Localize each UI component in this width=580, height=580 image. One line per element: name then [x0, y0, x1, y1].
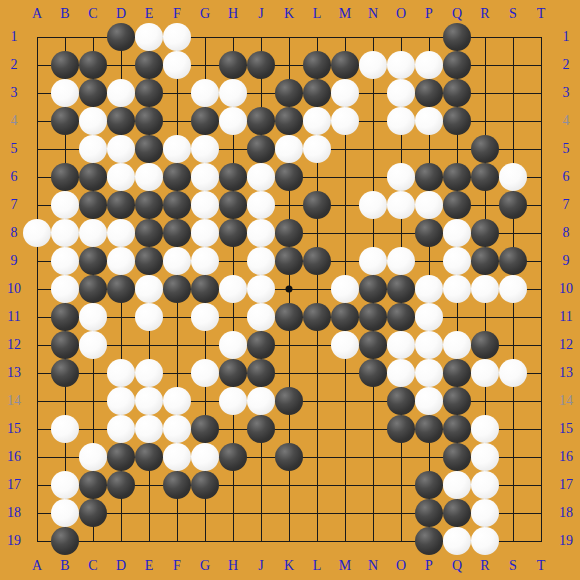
row-label-right: 1 — [563, 30, 570, 44]
black-stone-R12 — [471, 331, 499, 359]
white-stone-N2 — [359, 51, 387, 79]
white-stone-B8 — [51, 219, 79, 247]
white-stone-R18 — [471, 499, 499, 527]
column-label-bottom: L — [313, 559, 322, 573]
row-label-right: 2 — [563, 58, 570, 72]
black-stone-E2 — [135, 51, 163, 79]
black-stone-K6 — [275, 163, 303, 191]
row-label-right: 8 — [563, 226, 570, 240]
white-stone-O4 — [387, 107, 415, 135]
row-label-right: 6 — [563, 170, 570, 184]
black-stone-R6 — [471, 163, 499, 191]
column-label-bottom: D — [116, 559, 126, 573]
white-stone-N7 — [359, 191, 387, 219]
white-stone-S6 — [499, 163, 527, 191]
column-label-bottom: N — [368, 559, 378, 573]
column-label-top: A — [32, 7, 42, 21]
black-stone-J13 — [247, 359, 275, 387]
column-label-bottom: Q — [452, 559, 462, 573]
black-stone-P3 — [415, 79, 443, 107]
black-stone-R9 — [471, 247, 499, 275]
black-stone-J5 — [247, 135, 275, 163]
white-stone-R19 — [471, 527, 499, 555]
black-stone-J4 — [247, 107, 275, 135]
black-stone-H13 — [219, 359, 247, 387]
column-label-top: C — [88, 7, 97, 21]
row-label-right: 12 — [559, 338, 573, 352]
white-stone-D8 — [107, 219, 135, 247]
white-stone-C4 — [79, 107, 107, 135]
black-stone-B2 — [51, 51, 79, 79]
white-stone-H4 — [219, 107, 247, 135]
black-stone-K16 — [275, 443, 303, 471]
white-stone-F2 — [163, 51, 191, 79]
black-stone-F8 — [163, 219, 191, 247]
white-stone-G13 — [191, 359, 219, 387]
black-stone-R8 — [471, 219, 499, 247]
black-stone-E16 — [135, 443, 163, 471]
white-stone-G5 — [191, 135, 219, 163]
black-stone-F6 — [163, 163, 191, 191]
black-stone-Q18 — [443, 499, 471, 527]
white-stone-D14 — [107, 387, 135, 415]
row-label-left: 17 — [7, 478, 21, 492]
white-stone-G8 — [191, 219, 219, 247]
black-stone-P15 — [415, 415, 443, 443]
black-stone-H16 — [219, 443, 247, 471]
black-stone-L3 — [303, 79, 331, 107]
white-stone-P11 — [415, 303, 443, 331]
white-stone-D9 — [107, 247, 135, 275]
column-label-top: G — [200, 7, 210, 21]
black-stone-L7 — [303, 191, 331, 219]
row-label-right: 7 — [563, 198, 570, 212]
black-stone-N13 — [359, 359, 387, 387]
black-stone-H8 — [219, 219, 247, 247]
black-stone-N10 — [359, 275, 387, 303]
white-stone-M12 — [331, 331, 359, 359]
black-stone-C10 — [79, 275, 107, 303]
column-label-top: B — [60, 7, 69, 21]
white-stone-Q19 — [443, 527, 471, 555]
white-stone-R17 — [471, 471, 499, 499]
white-stone-G9 — [191, 247, 219, 275]
row-label-left: 4 — [11, 114, 18, 128]
black-stone-Q3 — [443, 79, 471, 107]
column-label-top: Q — [452, 7, 462, 21]
black-stone-F17 — [163, 471, 191, 499]
white-stone-B18 — [51, 499, 79, 527]
row-label-right: 13 — [559, 366, 573, 380]
black-stone-Q16 — [443, 443, 471, 471]
black-stone-F10 — [163, 275, 191, 303]
black-stone-S9 — [499, 247, 527, 275]
white-stone-P12 — [415, 331, 443, 359]
black-stone-B19 — [51, 527, 79, 555]
row-label-left: 16 — [7, 450, 21, 464]
column-label-bottom: J — [258, 559, 263, 573]
black-stone-D1 — [107, 23, 135, 51]
row-label-right: 19 — [559, 534, 573, 548]
white-stone-F15 — [163, 415, 191, 443]
white-stone-A8 — [23, 219, 51, 247]
white-stone-P10 — [415, 275, 443, 303]
column-label-top: P — [425, 7, 433, 21]
column-label-bottom: O — [396, 559, 406, 573]
black-stone-C18 — [79, 499, 107, 527]
grid-line-vertical — [541, 37, 542, 542]
row-label-left: 6 — [11, 170, 18, 184]
black-stone-R5 — [471, 135, 499, 163]
row-label-left: 13 — [7, 366, 21, 380]
column-label-bottom: C — [88, 559, 97, 573]
black-stone-D10 — [107, 275, 135, 303]
white-stone-H10 — [219, 275, 247, 303]
white-stone-F14 — [163, 387, 191, 415]
column-label-bottom: H — [228, 559, 238, 573]
white-stone-O3 — [387, 79, 415, 107]
white-stone-G11 — [191, 303, 219, 331]
row-label-left: 5 — [11, 142, 18, 156]
column-label-top: H — [228, 7, 238, 21]
white-stone-M4 — [331, 107, 359, 135]
white-stone-B10 — [51, 275, 79, 303]
white-stone-G16 — [191, 443, 219, 471]
white-stone-D3 — [107, 79, 135, 107]
black-stone-N12 — [359, 331, 387, 359]
white-stone-B3 — [51, 79, 79, 107]
black-stone-J2 — [247, 51, 275, 79]
white-stone-H14 — [219, 387, 247, 415]
white-stone-K5 — [275, 135, 303, 163]
white-stone-E14 — [135, 387, 163, 415]
black-stone-K4 — [275, 107, 303, 135]
black-stone-Q1 — [443, 23, 471, 51]
black-stone-C3 — [79, 79, 107, 107]
row-label-right: 9 — [563, 254, 570, 268]
black-stone-G4 — [191, 107, 219, 135]
white-stone-R10 — [471, 275, 499, 303]
row-label-left: 8 — [11, 226, 18, 240]
black-stone-P6 — [415, 163, 443, 191]
white-stone-M3 — [331, 79, 359, 107]
white-stone-P7 — [415, 191, 443, 219]
white-stone-P2 — [415, 51, 443, 79]
black-stone-K3 — [275, 79, 303, 107]
white-stone-O13 — [387, 359, 415, 387]
black-stone-K9 — [275, 247, 303, 275]
black-stone-M2 — [331, 51, 359, 79]
white-stone-N9 — [359, 247, 387, 275]
white-stone-C12 — [79, 331, 107, 359]
white-stone-O2 — [387, 51, 415, 79]
row-label-left: 14 — [7, 394, 21, 408]
black-stone-B11 — [51, 303, 79, 331]
black-stone-H6 — [219, 163, 247, 191]
black-stone-P8 — [415, 219, 443, 247]
black-stone-K11 — [275, 303, 303, 331]
black-stone-B12 — [51, 331, 79, 359]
white-stone-J6 — [247, 163, 275, 191]
white-stone-F1 — [163, 23, 191, 51]
go-board[interactable]: AABBCCDDEEFFGGHHJJKKLLMMNNOOPPQQRRSSTT11… — [0, 0, 580, 580]
white-stone-D5 — [107, 135, 135, 163]
white-stone-J8 — [247, 219, 275, 247]
black-stone-D17 — [107, 471, 135, 499]
black-stone-H7 — [219, 191, 247, 219]
row-label-right: 16 — [559, 450, 573, 464]
white-stone-G6 — [191, 163, 219, 191]
black-stone-E9 — [135, 247, 163, 275]
white-stone-E11 — [135, 303, 163, 331]
white-stone-D15 — [107, 415, 135, 443]
white-stone-B7 — [51, 191, 79, 219]
column-label-bottom: K — [284, 559, 294, 573]
column-label-top: L — [313, 7, 322, 21]
white-stone-Q8 — [443, 219, 471, 247]
white-stone-O12 — [387, 331, 415, 359]
row-label-right: 18 — [559, 506, 573, 520]
black-stone-C17 — [79, 471, 107, 499]
black-stone-K14 — [275, 387, 303, 415]
black-stone-K8 — [275, 219, 303, 247]
black-stone-P18 — [415, 499, 443, 527]
row-label-left: 7 — [11, 198, 18, 212]
white-stone-D6 — [107, 163, 135, 191]
column-label-top: S — [509, 7, 517, 21]
white-stone-R15 — [471, 415, 499, 443]
white-stone-O7 — [387, 191, 415, 219]
black-stone-L11 — [303, 303, 331, 331]
row-label-right: 10 — [559, 282, 573, 296]
black-stone-H2 — [219, 51, 247, 79]
row-label-right: 14 — [559, 394, 573, 408]
column-label-bottom: S — [509, 559, 517, 573]
black-stone-Q7 — [443, 191, 471, 219]
white-stone-P14 — [415, 387, 443, 415]
column-label-bottom: G — [200, 559, 210, 573]
column-label-top: D — [116, 7, 126, 21]
white-stone-R13 — [471, 359, 499, 387]
column-label-top: R — [480, 7, 489, 21]
column-label-bottom: M — [339, 559, 351, 573]
black-stone-B4 — [51, 107, 79, 135]
white-stone-F16 — [163, 443, 191, 471]
white-stone-B17 — [51, 471, 79, 499]
white-stone-P4 — [415, 107, 443, 135]
white-stone-O6 — [387, 163, 415, 191]
black-stone-L2 — [303, 51, 331, 79]
black-stone-E4 — [135, 107, 163, 135]
black-stone-E5 — [135, 135, 163, 163]
black-stone-O10 — [387, 275, 415, 303]
black-stone-O11 — [387, 303, 415, 331]
column-label-top: T — [537, 7, 546, 21]
white-stone-E1 — [135, 23, 163, 51]
white-stone-J7 — [247, 191, 275, 219]
black-stone-C9 — [79, 247, 107, 275]
row-label-left: 19 — [7, 534, 21, 548]
black-stone-B13 — [51, 359, 79, 387]
black-stone-O14 — [387, 387, 415, 415]
black-stone-G10 — [191, 275, 219, 303]
white-stone-Q17 — [443, 471, 471, 499]
black-stone-Q4 — [443, 107, 471, 135]
white-stone-S13 — [499, 359, 527, 387]
row-label-left: 9 — [11, 254, 18, 268]
white-stone-E10 — [135, 275, 163, 303]
black-stone-O15 — [387, 415, 415, 443]
white-stone-H12 — [219, 331, 247, 359]
white-stone-F5 — [163, 135, 191, 163]
white-stone-L4 — [303, 107, 331, 135]
white-stone-Q10 — [443, 275, 471, 303]
white-stone-Q9 — [443, 247, 471, 275]
black-stone-E7 — [135, 191, 163, 219]
white-stone-C8 — [79, 219, 107, 247]
white-stone-F9 — [163, 247, 191, 275]
black-stone-L9 — [303, 247, 331, 275]
row-label-left: 12 — [7, 338, 21, 352]
black-stone-P19 — [415, 527, 443, 555]
column-label-top: F — [173, 7, 181, 21]
column-label-bottom: P — [425, 559, 433, 573]
row-label-right: 3 — [563, 86, 570, 100]
black-stone-Q13 — [443, 359, 471, 387]
column-label-top: E — [145, 7, 154, 21]
column-label-top: N — [368, 7, 378, 21]
black-stone-S7 — [499, 191, 527, 219]
row-label-right: 11 — [559, 310, 572, 324]
row-label-left: 15 — [7, 422, 21, 436]
black-stone-D4 — [107, 107, 135, 135]
black-stone-M11 — [331, 303, 359, 331]
row-label-left: 3 — [11, 86, 18, 100]
column-label-top: K — [284, 7, 294, 21]
column-label-top: O — [396, 7, 406, 21]
black-stone-N11 — [359, 303, 387, 331]
white-stone-J11 — [247, 303, 275, 331]
row-label-right: 5 — [563, 142, 570, 156]
white-stone-H3 — [219, 79, 247, 107]
white-stone-E13 — [135, 359, 163, 387]
column-label-bottom: B — [60, 559, 69, 573]
column-label-bottom: F — [173, 559, 181, 573]
white-stone-J14 — [247, 387, 275, 415]
black-stone-B6 — [51, 163, 79, 191]
row-label-left: 2 — [11, 58, 18, 72]
white-stone-G3 — [191, 79, 219, 107]
white-stone-O9 — [387, 247, 415, 275]
black-stone-C7 — [79, 191, 107, 219]
white-stone-J9 — [247, 247, 275, 275]
black-stone-P17 — [415, 471, 443, 499]
black-stone-J12 — [247, 331, 275, 359]
row-label-left: 10 — [7, 282, 21, 296]
black-stone-Q2 — [443, 51, 471, 79]
column-label-bottom: E — [145, 559, 154, 573]
row-label-left: 18 — [7, 506, 21, 520]
black-stone-Q6 — [443, 163, 471, 191]
black-stone-C2 — [79, 51, 107, 79]
row-label-right: 17 — [559, 478, 573, 492]
row-label-left: 11 — [7, 310, 20, 324]
white-stone-E15 — [135, 415, 163, 443]
white-stone-J10 — [247, 275, 275, 303]
black-stone-D7 — [107, 191, 135, 219]
row-label-left: 1 — [11, 30, 18, 44]
white-stone-R16 — [471, 443, 499, 471]
column-label-top: M — [339, 7, 351, 21]
row-label-right: 15 — [559, 422, 573, 436]
black-stone-C6 — [79, 163, 107, 191]
black-stone-F7 — [163, 191, 191, 219]
column-label-bottom: T — [537, 559, 546, 573]
white-stone-Q12 — [443, 331, 471, 359]
row-label-right: 4 — [563, 114, 570, 128]
white-stone-C16 — [79, 443, 107, 471]
black-stone-J15 — [247, 415, 275, 443]
black-stone-E8 — [135, 219, 163, 247]
white-stone-E6 — [135, 163, 163, 191]
column-label-bottom: R — [480, 559, 489, 573]
white-stone-S10 — [499, 275, 527, 303]
black-stone-E3 — [135, 79, 163, 107]
white-stone-G7 — [191, 191, 219, 219]
black-stone-Q14 — [443, 387, 471, 415]
white-stone-B15 — [51, 415, 79, 443]
star-point-k10 — [286, 286, 293, 293]
white-stone-D13 — [107, 359, 135, 387]
black-stone-G15 — [191, 415, 219, 443]
white-stone-L5 — [303, 135, 331, 163]
black-stone-G17 — [191, 471, 219, 499]
column-label-top: J — [258, 7, 263, 21]
white-stone-M10 — [331, 275, 359, 303]
black-stone-Q15 — [443, 415, 471, 443]
white-stone-P13 — [415, 359, 443, 387]
column-label-bottom: A — [32, 559, 42, 573]
white-stone-B9 — [51, 247, 79, 275]
black-stone-D16 — [107, 443, 135, 471]
white-stone-C11 — [79, 303, 107, 331]
white-stone-C5 — [79, 135, 107, 163]
